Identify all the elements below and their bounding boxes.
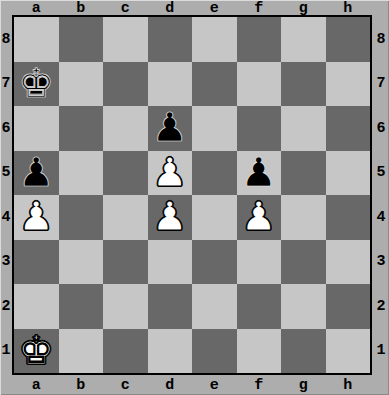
rank-label-left-5: 5 bbox=[0, 151, 12, 196]
chess-diagram-window: abcdefgh 87654321 ♚♟♟♟♟♟♟♟♚ 87654321 abc… bbox=[0, 0, 389, 395]
white-pawn-d5[interactable]: ♟ bbox=[152, 152, 188, 192]
square-d4[interactable]: ♟ bbox=[148, 195, 193, 240]
square-d7[interactable] bbox=[148, 62, 193, 107]
square-e8[interactable] bbox=[192, 17, 237, 62]
square-b4[interactable] bbox=[59, 195, 104, 240]
rank-label-right-5: 5 bbox=[373, 151, 389, 196]
square-a6[interactable] bbox=[14, 106, 59, 151]
square-c3[interactable] bbox=[103, 240, 148, 285]
rank-label-left-2: 2 bbox=[0, 284, 12, 329]
rank-label-left-8: 8 bbox=[0, 17, 12, 62]
black-king-a7[interactable]: ♚ bbox=[18, 63, 54, 103]
square-c7[interactable] bbox=[103, 62, 148, 107]
square-f7[interactable] bbox=[237, 62, 282, 107]
file-label-bottom-g: g bbox=[281, 376, 326, 395]
square-c5[interactable] bbox=[103, 151, 148, 196]
square-d8[interactable] bbox=[148, 17, 193, 62]
square-g3[interactable] bbox=[281, 240, 326, 285]
square-e6[interactable] bbox=[192, 106, 237, 151]
black-pawn-a5[interactable]: ♟ bbox=[18, 152, 54, 192]
square-f8[interactable] bbox=[237, 17, 282, 62]
file-label-bottom-d: d bbox=[148, 376, 193, 395]
square-g1[interactable] bbox=[281, 329, 326, 374]
square-h1[interactable] bbox=[326, 329, 371, 374]
square-h5[interactable] bbox=[326, 151, 371, 196]
square-b2[interactable] bbox=[59, 284, 104, 329]
square-f3[interactable] bbox=[237, 240, 282, 285]
square-d2[interactable] bbox=[148, 284, 193, 329]
square-c2[interactable] bbox=[103, 284, 148, 329]
square-c6[interactable] bbox=[103, 106, 148, 151]
file-label-bottom-c: c bbox=[103, 376, 148, 395]
rank-label-right-4: 4 bbox=[373, 195, 389, 240]
square-a5[interactable]: ♟ bbox=[14, 151, 59, 196]
square-b6[interactable] bbox=[59, 106, 104, 151]
rank-label-left-7: 7 bbox=[0, 62, 12, 107]
square-h6[interactable] bbox=[326, 106, 371, 151]
file-label-bottom-e: e bbox=[192, 376, 237, 395]
chess-board: ♚♟♟♟♟♟♟♟♚ bbox=[12, 15, 372, 375]
square-d1[interactable] bbox=[148, 329, 193, 374]
rank-label-right-7: 7 bbox=[373, 62, 389, 107]
square-a2[interactable] bbox=[14, 284, 59, 329]
rank-labels-left: 87654321 bbox=[0, 17, 12, 373]
square-f6[interactable] bbox=[237, 106, 282, 151]
file-label-bottom-a: a bbox=[14, 376, 59, 395]
square-g4[interactable] bbox=[281, 195, 326, 240]
square-d3[interactable] bbox=[148, 240, 193, 285]
square-f4[interactable]: ♟ bbox=[237, 195, 282, 240]
square-b1[interactable] bbox=[59, 329, 104, 374]
square-h2[interactable] bbox=[326, 284, 371, 329]
square-g5[interactable] bbox=[281, 151, 326, 196]
square-a8[interactable] bbox=[14, 17, 59, 62]
square-e3[interactable] bbox=[192, 240, 237, 285]
rank-label-right-1: 1 bbox=[373, 329, 389, 374]
rank-label-right-6: 6 bbox=[373, 106, 389, 151]
white-pawn-d4[interactable]: ♟ bbox=[152, 196, 188, 236]
square-g6[interactable] bbox=[281, 106, 326, 151]
file-labels-bottom: abcdefgh bbox=[14, 376, 370, 395]
black-pawn-f5[interactable]: ♟ bbox=[241, 152, 277, 192]
white-pawn-f4[interactable]: ♟ bbox=[241, 196, 277, 236]
square-b7[interactable] bbox=[59, 62, 104, 107]
rank-label-left-1: 1 bbox=[0, 329, 12, 374]
file-labels-top: abcdefgh bbox=[14, 0, 370, 14]
square-f1[interactable] bbox=[237, 329, 282, 374]
rank-label-left-3: 3 bbox=[0, 240, 12, 285]
square-g2[interactable] bbox=[281, 284, 326, 329]
rank-label-left-6: 6 bbox=[0, 106, 12, 151]
rank-label-right-3: 3 bbox=[373, 240, 389, 285]
white-pawn-a4[interactable]: ♟ bbox=[18, 196, 54, 236]
square-d5[interactable]: ♟ bbox=[148, 151, 193, 196]
rank-label-left-4: 4 bbox=[0, 195, 12, 240]
file-label-bottom-f: f bbox=[237, 376, 282, 395]
square-f2[interactable] bbox=[237, 284, 282, 329]
square-e1[interactable] bbox=[192, 329, 237, 374]
square-h7[interactable] bbox=[326, 62, 371, 107]
square-b3[interactable] bbox=[59, 240, 104, 285]
square-g7[interactable] bbox=[281, 62, 326, 107]
square-e4[interactable] bbox=[192, 195, 237, 240]
square-h4[interactable] bbox=[326, 195, 371, 240]
square-c4[interactable] bbox=[103, 195, 148, 240]
square-e7[interactable] bbox=[192, 62, 237, 107]
file-label-bottom-h: h bbox=[326, 376, 371, 395]
square-c8[interactable] bbox=[103, 17, 148, 62]
square-h8[interactable] bbox=[326, 17, 371, 62]
square-a7[interactable]: ♚ bbox=[14, 62, 59, 107]
black-pawn-d6[interactable]: ♟ bbox=[152, 107, 188, 147]
square-e2[interactable] bbox=[192, 284, 237, 329]
square-g8[interactable] bbox=[281, 17, 326, 62]
square-f5[interactable]: ♟ bbox=[237, 151, 282, 196]
square-b5[interactable] bbox=[59, 151, 104, 196]
square-h3[interactable] bbox=[326, 240, 371, 285]
rank-label-right-2: 2 bbox=[373, 284, 389, 329]
square-a3[interactable] bbox=[14, 240, 59, 285]
square-b8[interactable] bbox=[59, 17, 104, 62]
white-king-a1[interactable]: ♚ bbox=[18, 330, 54, 370]
rank-label-right-8: 8 bbox=[373, 17, 389, 62]
rank-labels-right: 87654321 bbox=[373, 17, 389, 373]
square-d6[interactable]: ♟ bbox=[148, 106, 193, 151]
square-a4[interactable]: ♟ bbox=[14, 195, 59, 240]
square-a1[interactable]: ♚ bbox=[14, 329, 59, 374]
square-e5[interactable] bbox=[192, 151, 237, 196]
square-c1[interactable] bbox=[103, 329, 148, 374]
file-label-bottom-b: b bbox=[59, 376, 104, 395]
